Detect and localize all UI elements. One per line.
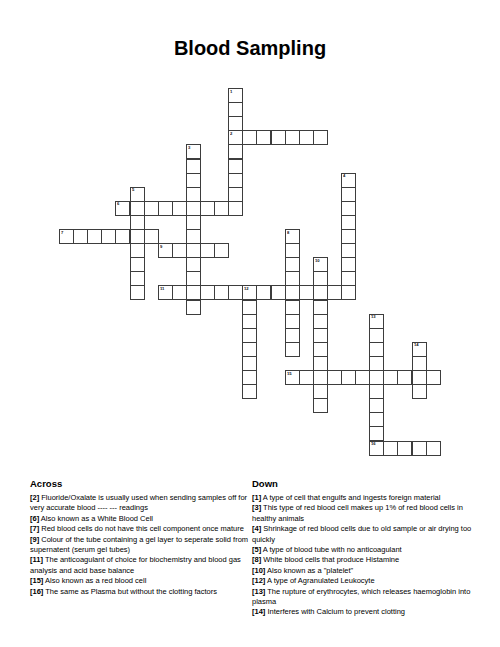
down-clue-4: [4] Shrinkage of red blood cells due to … xyxy=(252,524,472,545)
grid-cell-r14c9[interactable] xyxy=(186,285,201,300)
grid-cell-r13c18[interactable] xyxy=(313,271,328,286)
grid-cell-r20c16[interactable] xyxy=(285,370,300,385)
grid-cell-r12c16[interactable] xyxy=(285,257,300,272)
across-clue-number: [15] xyxy=(30,576,43,585)
grid-cell-r14c15[interactable] xyxy=(271,285,286,300)
grid-cell-r16c16[interactable] xyxy=(285,314,300,329)
grid-cell-r10c9[interactable] xyxy=(186,229,201,244)
across-clue-9: [9] Colour of the tube containing a gel … xyxy=(30,535,250,556)
grid-cell-r10c4[interactable] xyxy=(115,229,130,244)
grid-cell-r25c22[interactable] xyxy=(369,441,384,456)
puzzle-title: Blood Sampling xyxy=(0,37,500,60)
grid-cell-r20c25[interactable] xyxy=(412,370,427,385)
grid-cell-r11c8[interactable] xyxy=(172,243,187,258)
grid-cell-r14c14[interactable] xyxy=(256,285,271,300)
grid-cell-r15c18[interactable] xyxy=(313,300,328,315)
grid-cell-r6c9[interactable] xyxy=(186,173,201,188)
grid-cell-r10c3[interactable] xyxy=(101,229,116,244)
grid-cell-r9c9[interactable] xyxy=(186,215,201,230)
grid-cell-r10c5[interactable] xyxy=(130,229,145,244)
grid-cell-r15c13[interactable] xyxy=(242,300,257,315)
grid-cell-r18c13[interactable] xyxy=(242,342,257,357)
down-clue-number: [8] xyxy=(252,555,261,564)
grid-cell-r14c18[interactable] xyxy=(313,285,328,300)
grid-cell-r19c22[interactable] xyxy=(369,356,384,371)
down-clue-8: [8] White blood cells that produce Hista… xyxy=(252,555,472,565)
grid-cell-r1c12[interactable] xyxy=(228,102,243,117)
grid-cell-r21c25[interactable] xyxy=(412,384,427,399)
grid-cell-r14c13[interactable] xyxy=(242,285,257,300)
grid-cell-r25c25[interactable] xyxy=(412,441,427,456)
grid-cell-r22c18[interactable] xyxy=(313,398,328,413)
grid-cell-r3c17[interactable] xyxy=(299,130,314,145)
grid-cell-r3c12[interactable] xyxy=(228,130,243,145)
down-clue-10: [10] Also known as a "platelet" xyxy=(252,566,472,576)
grid-cell-r6c20[interactable] xyxy=(341,173,356,188)
grid-cell-r16c22[interactable] xyxy=(369,314,384,329)
grid-cell-r6c12[interactable] xyxy=(228,173,243,188)
grid-cell-r14c19[interactable] xyxy=(327,285,342,300)
grid-cell-r3c15[interactable] xyxy=(271,130,286,145)
grid-cell-r25c26[interactable] xyxy=(426,441,441,456)
grid-cell-r7c9[interactable] xyxy=(186,187,201,202)
grid-cell-r8c9[interactable] xyxy=(186,201,201,216)
grid-cell-r10c1[interactable] xyxy=(73,229,88,244)
across-clue-6: [6] Also known as a White Blood Cell xyxy=(30,514,250,524)
grid-cell-r10c0[interactable] xyxy=(59,229,74,244)
down-clue-number: [13] xyxy=(252,587,265,596)
down-clue-number: [3] xyxy=(252,503,261,512)
grid-cell-r18c25[interactable] xyxy=(412,342,427,357)
across-clue-list: [2] Fluoride/Oxalate is usually used whe… xyxy=(30,493,250,597)
grid-cell-r14c11[interactable] xyxy=(214,285,229,300)
down-clue-number: [1] xyxy=(252,493,261,502)
grid-cell-r8c12[interactable] xyxy=(228,201,243,216)
grid-cell-r9c20[interactable] xyxy=(341,215,356,230)
grid-cell-r19c25[interactable] xyxy=(412,356,427,371)
grid-cell-r21c18[interactable] xyxy=(313,384,328,399)
grid-cell-r14c7[interactable] xyxy=(158,285,173,300)
across-clue-number: [11] xyxy=(30,555,43,564)
down-clue-number: [14] xyxy=(252,607,265,616)
across-header: Across xyxy=(30,478,250,489)
grid-cell-r3c18[interactable] xyxy=(313,130,328,145)
grid-cell-r18c22[interactable] xyxy=(369,342,384,357)
grid-cell-r25c24[interactable] xyxy=(397,441,412,456)
down-clues-column: Down [1] A type of cell that engulfs and… xyxy=(252,478,472,618)
down-clue-13: [13] The rupture of erythrocytes, which … xyxy=(252,587,472,608)
grid-cell-r11c5[interactable] xyxy=(130,243,145,258)
grid-cell-r20c26[interactable] xyxy=(426,370,441,385)
grid-cell-r18c16[interactable] xyxy=(285,342,300,357)
grid-cell-r11c10[interactable] xyxy=(200,243,215,258)
across-clue-number: [6] xyxy=(30,514,39,523)
grid-cell-r14c10[interactable] xyxy=(200,285,215,300)
crossword-page: Blood Sampling 12345678910111213141516 A… xyxy=(0,0,500,647)
grid-cell-r16c13[interactable] xyxy=(242,314,257,329)
grid-cell-r20c13[interactable] xyxy=(242,370,257,385)
grid-cell-r13c9[interactable] xyxy=(186,271,201,286)
grid-cell-r0c12[interactable] xyxy=(228,88,243,103)
grid-cell-r8c10[interactable] xyxy=(200,201,215,216)
grid-cell-r17c16[interactable] xyxy=(285,328,300,343)
down-header: Down xyxy=(252,478,472,489)
grid-cell-r11c11[interactable] xyxy=(214,243,229,258)
grid-cell-r8c7[interactable] xyxy=(158,201,173,216)
grid-cell-r11c20[interactable] xyxy=(341,243,356,258)
across-clue-number: [7] xyxy=(30,524,39,533)
grid-cell-r20c22[interactable] xyxy=(369,370,384,385)
grid-cell-r5c9[interactable] xyxy=(186,159,201,174)
down-clue-14: [14] Interferes with Calcium to prevent … xyxy=(252,607,472,617)
grid-cell-r17c18[interactable] xyxy=(313,328,328,343)
grid-cell-r7c12[interactable] xyxy=(228,187,243,202)
grid-cell-r20c17[interactable] xyxy=(299,370,314,385)
grid-cell-r20c24[interactable] xyxy=(397,370,412,385)
grid-cell-r20c20[interactable] xyxy=(341,370,356,385)
grid-cell-r8c8[interactable] xyxy=(172,201,187,216)
grid-cell-r13c5[interactable] xyxy=(130,271,145,286)
grid-cell-r8c11[interactable] xyxy=(214,201,229,216)
grid-cell-r10c20[interactable] xyxy=(341,229,356,244)
down-clue-5: [5] A type of blood tube with no anticoa… xyxy=(252,545,472,555)
grid-cell-r13c20[interactable] xyxy=(341,271,356,286)
down-clue-1: [1] A type of cell that engulfs and inge… xyxy=(252,493,472,503)
across-clue-number: [2] xyxy=(30,493,39,502)
grid-cell-r4c12[interactable] xyxy=(228,144,243,159)
grid-cell-r21c22[interactable] xyxy=(369,384,384,399)
grid-cell-r5c12[interactable] xyxy=(228,159,243,174)
down-clue-number: [10] xyxy=(252,566,265,575)
grid-cell-r24c22[interactable] xyxy=(369,426,384,441)
across-clues-column: Across [2] Fluoride/Oxalate is usually u… xyxy=(30,478,250,597)
grid-cell-r20c21[interactable] xyxy=(355,370,370,385)
grid-cell-r8c4[interactable] xyxy=(115,201,130,216)
grid-cell-r20c19[interactable] xyxy=(327,370,342,385)
grid-cell-r17c22[interactable] xyxy=(369,328,384,343)
across-clue-16: [16] The same as Plasma but without the … xyxy=(30,587,250,597)
down-clue-3: [3] This type of red blood cell makes up… xyxy=(252,503,472,524)
grid-cell-r11c9[interactable] xyxy=(186,243,201,258)
grid-cell-r12c9[interactable] xyxy=(186,257,201,272)
grid-cell-r7c5[interactable] xyxy=(130,187,145,202)
grid-cell-r10c6[interactable] xyxy=(144,229,159,244)
grid-cell-r21c13[interactable] xyxy=(242,384,257,399)
grid-cell-r20c23[interactable] xyxy=(383,370,398,385)
grid-cell-r11c16[interactable] xyxy=(285,243,300,258)
grid-cell-r15c9[interactable] xyxy=(186,300,201,315)
across-clue-number: [16] xyxy=(30,587,43,596)
down-clue-number: [4] xyxy=(252,524,261,533)
grid-cell-r13c16[interactable] xyxy=(285,271,300,286)
grid-cell-r12c5[interactable] xyxy=(130,257,145,272)
across-clue-2: [2] Fluoride/Oxalate is usually used whe… xyxy=(30,493,250,514)
grid-cell-r8c5[interactable] xyxy=(130,201,145,216)
grid-cell-r8c6[interactable] xyxy=(144,201,159,216)
grid-cell-r15c16[interactable] xyxy=(285,300,300,315)
grid-cell-r11c7[interactable] xyxy=(158,243,173,258)
grid-cell-r23c22[interactable] xyxy=(369,412,384,427)
grid-cell-r14c16[interactable] xyxy=(285,285,300,300)
across-clue-number: [9] xyxy=(30,535,39,544)
grid-cell-r25c23[interactable] xyxy=(383,441,398,456)
grid-cell-r10c16[interactable] xyxy=(285,229,300,244)
grid-cell-r12c20[interactable] xyxy=(341,257,356,272)
across-clue-7: [7] Red blood cells do not have this cel… xyxy=(30,524,250,534)
grid-cell-r14c20[interactable] xyxy=(341,285,356,300)
across-clue-11: [11] The anticoagulant of choice for bio… xyxy=(30,555,250,576)
grid-cell-r19c13[interactable] xyxy=(242,356,257,371)
grid-cell-r10c2[interactable] xyxy=(87,229,102,244)
grid-cell-r2c12[interactable] xyxy=(228,116,243,131)
grid-cell-r17c13[interactable] xyxy=(242,328,257,343)
grid-cell-r7c20[interactable] xyxy=(341,187,356,202)
grid-cell-r22c22[interactable] xyxy=(369,398,384,413)
down-clue-number: [5] xyxy=(252,545,261,554)
grid-cell-r14c5[interactable] xyxy=(130,285,145,300)
grid-cell-r16c18[interactable] xyxy=(313,314,328,329)
grid-cell-r14c12[interactable] xyxy=(228,285,243,300)
grid-cell-r3c16[interactable] xyxy=(285,130,300,145)
down-clue-12: [12] A type of Agranulated Leukocyte xyxy=(252,576,472,586)
grid-cell-r19c18[interactable] xyxy=(313,356,328,371)
grid-cell-r3c14[interactable] xyxy=(256,130,271,145)
grid-cell-r9c5[interactable] xyxy=(130,215,145,230)
grid-cell-r14c17[interactable] xyxy=(299,285,314,300)
grid-cell-r4c9[interactable] xyxy=(186,144,201,159)
grid-cell-r18c18[interactable] xyxy=(313,342,328,357)
across-clue-15: [15] Also known as a red blood cell xyxy=(30,576,250,586)
crossword-grid: 12345678910111213141516 xyxy=(59,88,444,458)
grid-cell-r8c20[interactable] xyxy=(341,201,356,216)
grid-cell-r14c8[interactable] xyxy=(172,285,187,300)
grid-cell-r3c13[interactable] xyxy=(242,130,257,145)
grid-cell-r20c18[interactable] xyxy=(313,370,328,385)
grid-cell-r12c18[interactable] xyxy=(313,257,328,272)
down-clue-number: [12] xyxy=(252,576,265,585)
down-clue-list: [1] A type of cell that engulfs and inge… xyxy=(252,493,472,618)
